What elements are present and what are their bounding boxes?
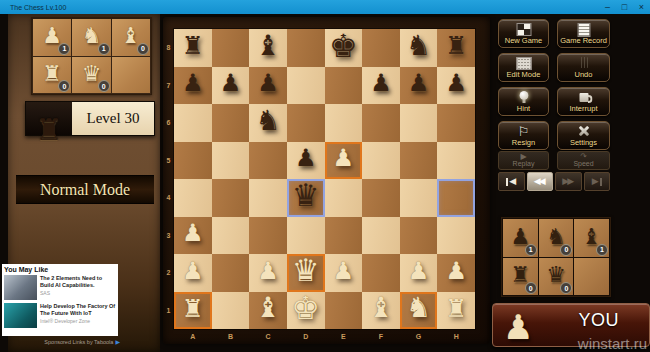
square-h7[interactable]: ♟: [437, 67, 475, 105]
captured-bishop-cell: ♝0: [112, 19, 150, 56]
piece-black-queen[interactable]: ♛: [292, 180, 320, 211]
captured-pawn-cell: ♟1: [503, 219, 538, 257]
square-e8[interactable]: ♚: [325, 29, 363, 67]
ad-thumbnail[interactable]: [4, 303, 37, 328]
square-g7[interactable]: ♟: [400, 67, 438, 105]
button-label: Game Record: [560, 36, 607, 47]
square-d3[interactable]: [287, 217, 325, 255]
square-d2[interactable]: ♛: [287, 254, 325, 292]
ad-title[interactable]: The 2 Elements Need to Build AI Capabili…: [40, 275, 116, 289]
ad-footer: Sponsored Links by Taboola ▶: [2, 338, 120, 345]
app-window: The Chess Lv.100 –□× ♟1♞1♝0♜0♛0 ♜ Level …: [0, 0, 650, 352]
button-label: Speed: [573, 160, 593, 168]
button-label: Undo: [575, 70, 593, 81]
square-c5[interactable]: [249, 142, 287, 180]
square-e7[interactable]: [325, 67, 363, 105]
title-bar: The Chess Lv.100 –□×: [0, 0, 650, 14]
square-b7[interactable]: ♟: [212, 67, 250, 105]
tray-cell-empty: [112, 57, 150, 94]
ad-title[interactable]: Help Develop The Factory Of The Future W…: [40, 303, 116, 317]
square-f7[interactable]: ♟: [362, 67, 400, 105]
piece-black-bishop[interactable]: ♝: [256, 32, 281, 60]
file-label-h: H: [437, 331, 475, 342]
square-h8[interactable]: ♜: [437, 29, 475, 67]
piece-black-pawn[interactable]: ♟: [295, 146, 317, 170]
piece-black-king[interactable]: ♚: [329, 30, 358, 62]
replay-button[interactable]: ▶Replay: [498, 151, 549, 170]
player-label: YOU: [578, 310, 619, 331]
file-labels: ABCDEFGH: [174, 331, 475, 342]
piece-white-knight[interactable]: ♞: [406, 294, 431, 322]
captured-pawn-cell: ♟1: [33, 19, 71, 56]
piece-black-pawn[interactable]: ♟: [182, 71, 204, 95]
piece-white-bishop[interactable]: ♝: [368, 294, 393, 322]
square-h5[interactable]: [437, 142, 475, 180]
button-label: Edit Mode: [507, 70, 541, 81]
piece-white-pawn[interactable]: ♟: [445, 259, 467, 283]
square-c7[interactable]: ♟: [249, 67, 287, 105]
square-g5[interactable]: [400, 142, 438, 180]
square-a1[interactable]: ♜: [174, 292, 212, 330]
capture-count-badge: 1: [596, 244, 608, 256]
window-title: The Chess Lv.100: [0, 4, 599, 11]
minimize-button[interactable]: –: [599, 0, 616, 14]
level-label: Level 30: [72, 102, 154, 135]
ad-source: Intel® Developer Zone: [40, 318, 116, 324]
square-f6[interactable]: [362, 104, 400, 142]
capture-count-badge: 1: [98, 43, 110, 55]
button-label: Resign: [512, 138, 535, 149]
square-e5[interactable]: ♟: [325, 142, 363, 180]
piece-black-rook[interactable]: ♜: [445, 33, 467, 58]
square-b2[interactable]: [212, 254, 250, 292]
skip-to-end-button[interactable]: ▶: [584, 172, 611, 191]
file-label-b: B: [212, 331, 250, 342]
level-plaque: ♜ Level 30: [25, 101, 155, 136]
square-g4[interactable]: [400, 179, 438, 217]
mug-icon: [579, 93, 588, 102]
piece-black-pawn[interactable]: ♟: [257, 71, 279, 95]
ad-card: You May Like The 2 Elements Need to Buil…: [2, 264, 118, 336]
bulb-icon: [519, 91, 528, 100]
square-h2[interactable]: ♟: [437, 254, 475, 292]
ad-thumbnail[interactable]: [4, 275, 37, 300]
media-button-row: ◀◀◀▶▶▶: [498, 172, 610, 191]
file-label-d: D: [287, 331, 325, 342]
square-c6[interactable]: ♞: [249, 104, 287, 142]
square-a8[interactable]: ♜: [174, 29, 212, 67]
rank-label-1: 1: [164, 292, 173, 330]
capture-count-badge: 0: [525, 282, 537, 294]
square-f2[interactable]: [362, 254, 400, 292]
square-c2[interactable]: ♟: [249, 254, 287, 292]
piece-white-king[interactable]: ♚: [291, 292, 320, 324]
ad-footer-text[interactable]: Sponsored Links by Taboola: [44, 339, 113, 345]
square-b4[interactable]: [212, 179, 250, 217]
piece-black-pawn[interactable]: ♟: [220, 71, 242, 95]
piece-white-rook[interactable]: ♜: [182, 296, 204, 321]
resign-button[interactable]: ⚐Resign: [498, 121, 549, 150]
piece-black-knight[interactable]: ♞: [256, 107, 281, 135]
square-e6[interactable]: [325, 104, 363, 142]
tray-cell-empty: [574, 258, 609, 296]
captured-rook-cell: ♜0: [33, 57, 71, 94]
square-h1[interactable]: ♜: [437, 292, 475, 330]
piece-white-rook[interactable]: ♜: [445, 296, 467, 321]
piece-black-pawn[interactable]: ♟: [370, 71, 392, 95]
settings-button[interactable]: Settings: [557, 121, 610, 150]
capture-count-badge: 0: [560, 244, 572, 256]
square-a2[interactable]: ♟: [174, 254, 212, 292]
square-b3[interactable]: [212, 217, 250, 255]
square-f3[interactable]: [362, 217, 400, 255]
ad-header: You May Like: [4, 266, 116, 273]
button-label: Replay: [513, 160, 535, 168]
piece-black-pawn[interactable]: ♟: [445, 71, 467, 95]
square-h3[interactable]: [437, 217, 475, 255]
interrupt-button[interactable]: Interrupt: [557, 87, 610, 116]
capture-count-badge: 0: [560, 282, 572, 294]
capture-count-badge: 1: [525, 244, 537, 256]
rank-label-8: 8: [164, 29, 173, 67]
watermark: winstart.ru: [578, 335, 647, 352]
square-d8[interactable]: [287, 29, 325, 67]
square-f4[interactable]: [362, 179, 400, 217]
chessboard-icon: [516, 23, 531, 36]
undo-button[interactable]: Undo: [557, 53, 610, 82]
capture-count-badge: 0: [58, 80, 70, 92]
hand-icon: [579, 57, 589, 68]
square-d4[interactable]: ♛: [287, 179, 325, 217]
square-b1[interactable]: [212, 292, 250, 330]
capture-count-badge: 1: [58, 43, 70, 55]
chess-board: 87654321 ABCDEFGH ♜♝♚♞♜♟♟♟♟♟♟♞♟♟♛♟♟♟♛♟♟♟…: [163, 17, 490, 344]
tools-icon: [577, 125, 590, 137]
file-label-a: A: [174, 331, 212, 342]
rank-label-3: 3: [164, 217, 173, 255]
ad-source: SAS: [40, 290, 116, 296]
fast-forward-button[interactable]: ▶▶: [555, 172, 582, 191]
square-d1[interactable]: ♚: [287, 292, 325, 330]
square-a4[interactable]: [174, 179, 212, 217]
piece-black-rook[interactable]: ♜: [182, 33, 204, 58]
button-label: Settings: [570, 138, 597, 149]
piece-black-knight[interactable]: ♞: [406, 32, 431, 60]
file-label-g: G: [400, 331, 438, 342]
edit-mode-button[interactable]: Edit Mode: [498, 53, 549, 82]
capture-count-badge: 0: [137, 43, 149, 55]
mode-plaque: Normal Mode: [16, 175, 154, 204]
document-icon: [577, 23, 590, 37]
piece-white-pawn[interactable]: ♟: [333, 259, 355, 283]
replay-button-row: ▶Replay↷Speed: [498, 151, 610, 170]
square-a5[interactable]: [174, 142, 212, 180]
captured-black-pieces-tray: ♟1♞0♝1♜0♛0: [501, 217, 611, 297]
window-controls: –□×: [599, 0, 650, 14]
close-button[interactable]: ×: [633, 0, 650, 14]
square-e2[interactable]: ♟: [325, 254, 363, 292]
flag-icon: ⚐: [518, 125, 530, 138]
square-g8[interactable]: ♞: [400, 29, 438, 67]
piece-white-pawn[interactable]: ♟: [333, 146, 355, 170]
square-b6[interactable]: [212, 104, 250, 142]
skip-to-start-button[interactable]: ◀: [498, 172, 525, 191]
play-icon: ▶: [520, 153, 526, 160]
square-g2[interactable]: ♟: [400, 254, 438, 292]
square-c1[interactable]: ♝: [249, 292, 287, 330]
file-label-f: F: [362, 331, 400, 342]
captured-queen-cell: ♛0: [539, 258, 574, 296]
square-a3[interactable]: ♟: [174, 217, 212, 255]
maximize-button[interactable]: □: [616, 0, 633, 14]
square-b5[interactable]: [212, 142, 250, 180]
ad-text: The 2 Elements Need to Build AI Capabili…: [40, 275, 116, 300]
piece-white-queen[interactable]: ♛: [292, 255, 320, 286]
square-g3[interactable]: [400, 217, 438, 255]
square-c3[interactable]: [249, 217, 287, 255]
file-label-e: E: [325, 331, 363, 342]
button-label: Hint: [517, 104, 530, 115]
speed-button[interactable]: ↷Speed: [557, 151, 610, 170]
piece-white-bishop[interactable]: ♝: [256, 294, 281, 322]
capture-count-badge: 0: [98, 80, 110, 92]
opponent-piece-box: ♜: [26, 102, 72, 135]
ad-item[interactable]: Help Develop The Factory Of The Future W…: [4, 303, 116, 328]
control-button-grid: New GameGame RecordEdit ModeUndoHintInte…: [498, 19, 610, 150]
piece-white-pawn[interactable]: ♟: [257, 259, 279, 283]
hint-button[interactable]: Hint: [498, 87, 549, 116]
dotted-board-icon: [516, 57, 531, 70]
square-d7[interactable]: [287, 67, 325, 105]
square-f5[interactable]: [362, 142, 400, 180]
rank-label-2: 2: [164, 254, 173, 292]
taboola-icon: ▶: [115, 338, 120, 345]
board-squares: ♜♝♚♞♜♟♟♟♟♟♟♞♟♟♛♟♟♟♛♟♟♟♜♝♚♝♞♜: [174, 29, 475, 329]
square-e3[interactable]: [325, 217, 363, 255]
square-g6[interactable]: [400, 104, 438, 142]
new-game-button[interactable]: New Game: [498, 19, 549, 48]
square-e4[interactable]: [325, 179, 363, 217]
square-e1[interactable]: [325, 292, 363, 330]
game-record-button[interactable]: Game Record: [557, 19, 610, 48]
ad-text: Help Develop The Factory Of The Future W…: [40, 303, 116, 328]
captured-knight-cell: ♞0: [539, 219, 574, 257]
square-h4[interactable]: [437, 179, 475, 217]
square-c4[interactable]: [249, 179, 287, 217]
square-d5[interactable]: ♟: [287, 142, 325, 180]
square-a6[interactable]: [174, 104, 212, 142]
rank-label-6: 6: [164, 104, 173, 142]
rewind-button[interactable]: ◀◀: [527, 172, 554, 191]
piece-white-pawn[interactable]: ♟: [408, 259, 430, 283]
square-f8[interactable]: [362, 29, 400, 67]
square-d6[interactable]: [287, 104, 325, 142]
piece-white-pawn[interactable]: ♟: [182, 259, 204, 283]
captured-white-pieces-tray: ♟1♞1♝0♜0♛0: [31, 17, 152, 95]
square-b8[interactable]: [212, 29, 250, 67]
captured-queen-cell: ♛0: [72, 57, 110, 94]
black-rook-icon: ♜: [36, 117, 63, 143]
file-label-c: C: [249, 331, 287, 342]
rank-label-7: 7: [164, 67, 173, 105]
rank-label-4: 4: [164, 179, 173, 217]
piece-black-pawn[interactable]: ♟: [408, 71, 430, 95]
button-label: New Game: [505, 36, 543, 47]
square-c8[interactable]: ♝: [249, 29, 287, 67]
square-f1[interactable]: ♝: [362, 292, 400, 330]
white-knight-icon: ♞: [82, 25, 102, 47]
square-a7[interactable]: ♟: [174, 67, 212, 105]
captured-rook-cell: ♜0: [503, 258, 538, 296]
white-pawn-icon: ♟: [503, 312, 533, 343]
button-label: Interrupt: [570, 104, 598, 115]
rank-labels: 87654321: [164, 29, 173, 329]
captured-knight-cell: ♞1: [72, 19, 110, 56]
square-h6[interactable]: [437, 104, 475, 142]
captured-bishop-cell: ♝1: [574, 219, 609, 257]
square-g1[interactable]: ♞: [400, 292, 438, 330]
ad-item[interactable]: The 2 Elements Need to Build AI Capabili…: [4, 275, 116, 300]
curved-arrow-icon: ↷: [580, 153, 587, 160]
piece-white-pawn[interactable]: ♟: [182, 221, 204, 245]
rank-label-5: 5: [164, 142, 173, 180]
